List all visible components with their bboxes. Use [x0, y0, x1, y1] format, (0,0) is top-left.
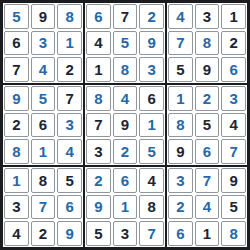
cell-r6c4[interactable]: 3 [86, 139, 111, 164]
cell-r9c8[interactable]: 1 [195, 221, 220, 246]
cell-r8c6[interactable]: 8 [139, 195, 164, 220]
cell-r2c2[interactable]: 3 [31, 31, 56, 56]
cell-r5c6[interactable]: 1 [139, 113, 164, 138]
cell-r7c7[interactable]: 3 [168, 168, 193, 193]
cell-r1c7[interactable]: 4 [168, 4, 193, 29]
cell-r8c9[interactable]: 5 [221, 195, 246, 220]
cell-r1c2[interactable]: 9 [31, 4, 56, 29]
cell-r5c7[interactable]: 8 [168, 113, 193, 138]
cell-r3c3[interactable]: 2 [57, 57, 82, 82]
cell-r8c3[interactable]: 6 [57, 195, 82, 220]
sudoku-board: 5986317426724591834317825969572638148467… [0, 0, 250, 250]
cell-r6c9[interactable]: 7 [221, 139, 246, 164]
cell-r6c7[interactable]: 9 [168, 139, 193, 164]
cell-r4c4[interactable]: 8 [86, 86, 111, 111]
cell-r8c2[interactable]: 7 [31, 195, 56, 220]
sudoku-box-5: 846791325 [85, 85, 165, 165]
cell-r6c2[interactable]: 1 [31, 139, 56, 164]
cell-r1c5[interactable]: 7 [113, 4, 138, 29]
cell-r6c1[interactable]: 8 [4, 139, 29, 164]
cell-r7c8[interactable]: 7 [195, 168, 220, 193]
cell-r5c2[interactable]: 6 [31, 113, 56, 138]
cell-r7c9[interactable]: 9 [221, 168, 246, 193]
cell-r4c8[interactable]: 2 [195, 86, 220, 111]
sudoku-box-4: 957263814 [3, 85, 83, 165]
cell-r9c4[interactable]: 5 [86, 221, 111, 246]
cell-r8c8[interactable]: 4 [195, 195, 220, 220]
cell-r9c1[interactable]: 4 [4, 221, 29, 246]
cell-r5c4[interactable]: 7 [86, 113, 111, 138]
cell-r3c4[interactable]: 1 [86, 57, 111, 82]
cell-r4c3[interactable]: 7 [57, 86, 82, 111]
cell-r9c6[interactable]: 7 [139, 221, 164, 246]
cell-r6c6[interactable]: 5 [139, 139, 164, 164]
cell-r3c9[interactable]: 6 [221, 57, 246, 82]
cell-r7c3[interactable]: 5 [57, 168, 82, 193]
cell-r3c6[interactable]: 3 [139, 57, 164, 82]
cell-r9c9[interactable]: 8 [221, 221, 246, 246]
cell-r5c1[interactable]: 2 [4, 113, 29, 138]
cell-r2c6[interactable]: 9 [139, 31, 164, 56]
sudoku-box-9: 379245618 [167, 167, 247, 247]
cell-r3c5[interactable]: 8 [113, 57, 138, 82]
sudoku-box-2: 672459183 [85, 3, 165, 83]
sudoku-box-3: 431782596 [167, 3, 247, 83]
cell-r2c1[interactable]: 6 [4, 31, 29, 56]
cell-r1c1[interactable]: 5 [4, 4, 29, 29]
cell-r1c4[interactable]: 6 [86, 4, 111, 29]
cell-r5c3[interactable]: 3 [57, 113, 82, 138]
cell-r4c7[interactable]: 1 [168, 86, 193, 111]
cell-r3c2[interactable]: 4 [31, 57, 56, 82]
cell-r2c7[interactable]: 7 [168, 31, 193, 56]
cell-r8c5[interactable]: 1 [113, 195, 138, 220]
cell-r9c7[interactable]: 6 [168, 221, 193, 246]
cell-r1c3[interactable]: 8 [57, 4, 82, 29]
cell-r4c2[interactable]: 5 [31, 86, 56, 111]
cell-r2c3[interactable]: 1 [57, 31, 82, 56]
cell-r3c7[interactable]: 5 [168, 57, 193, 82]
cell-r4c5[interactable]: 4 [113, 86, 138, 111]
cell-r7c5[interactable]: 6 [113, 168, 138, 193]
cell-r9c5[interactable]: 3 [113, 221, 138, 246]
cell-r4c9[interactable]: 3 [221, 86, 246, 111]
cell-r5c5[interactable]: 9 [113, 113, 138, 138]
cell-r9c3[interactable]: 9 [57, 221, 82, 246]
cell-r2c5[interactable]: 5 [113, 31, 138, 56]
cell-r7c4[interactable]: 2 [86, 168, 111, 193]
sudoku-box-6: 123854967 [167, 85, 247, 165]
sudoku-box-7: 185376429 [3, 167, 83, 247]
cell-r7c1[interactable]: 1 [4, 168, 29, 193]
cell-r9c2[interactable]: 2 [31, 221, 56, 246]
sudoku-box-1: 598631742 [3, 3, 83, 83]
cell-r6c8[interactable]: 6 [195, 139, 220, 164]
cell-r8c1[interactable]: 3 [4, 195, 29, 220]
cell-r8c4[interactable]: 9 [86, 195, 111, 220]
cell-r3c1[interactable]: 7 [4, 57, 29, 82]
cell-r4c6[interactable]: 6 [139, 86, 164, 111]
cell-r2c4[interactable]: 4 [86, 31, 111, 56]
cell-r5c9[interactable]: 4 [221, 113, 246, 138]
cell-r4c1[interactable]: 9 [4, 86, 29, 111]
cell-r8c7[interactable]: 2 [168, 195, 193, 220]
cell-r1c6[interactable]: 2 [139, 4, 164, 29]
cell-r2c9[interactable]: 2 [221, 31, 246, 56]
cell-r2c8[interactable]: 8 [195, 31, 220, 56]
cell-r6c5[interactable]: 2 [113, 139, 138, 164]
cell-r1c9[interactable]: 1 [221, 4, 246, 29]
cell-r7c6[interactable]: 4 [139, 168, 164, 193]
sudoku-box-8: 264918537 [85, 167, 165, 247]
cell-r6c3[interactable]: 4 [57, 139, 82, 164]
cell-r1c8[interactable]: 3 [195, 4, 220, 29]
cell-r3c8[interactable]: 9 [195, 57, 220, 82]
cell-r7c2[interactable]: 8 [31, 168, 56, 193]
cell-r5c8[interactable]: 5 [195, 113, 220, 138]
